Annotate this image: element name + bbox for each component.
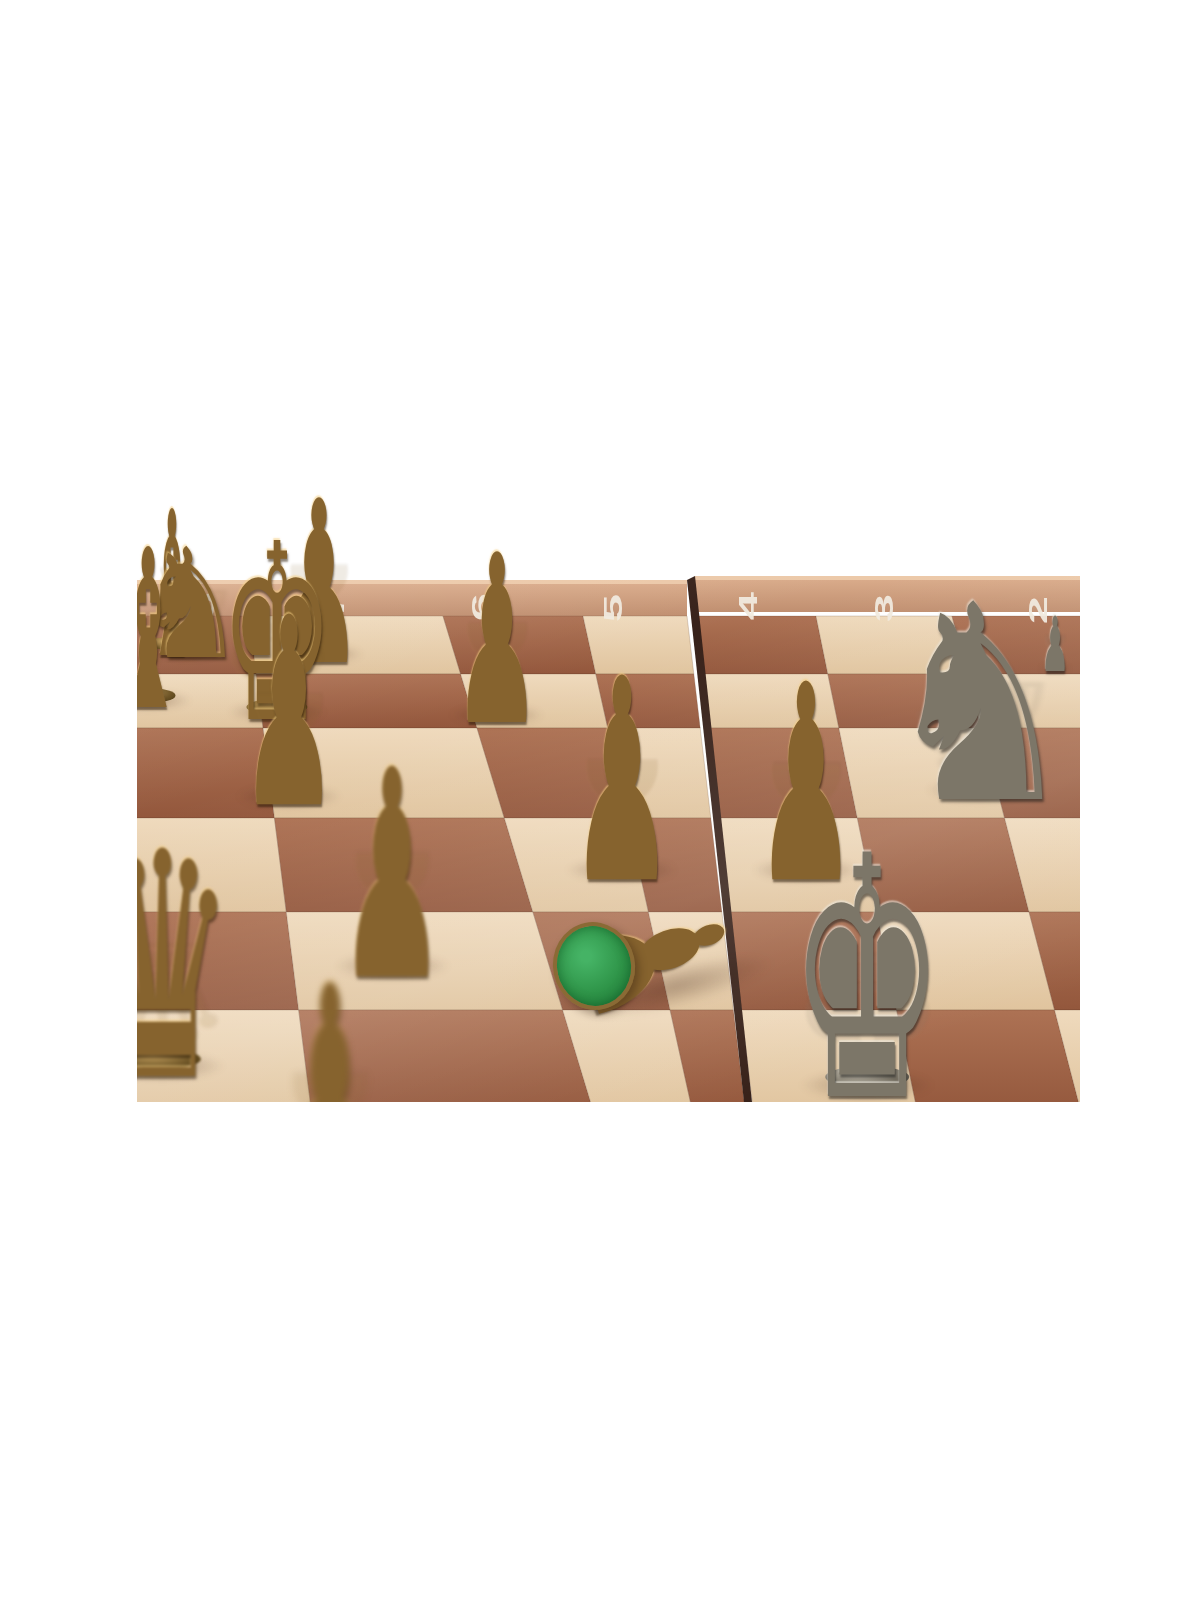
- piece-reflection: ♟: [276, 549, 361, 651]
- piece-shadow: [236, 784, 342, 809]
- piece-shadow: [159, 645, 221, 660]
- piece-reflection: ♟: [240, 675, 338, 793]
- bronze-pawn-glyph: ♟: [276, 471, 361, 697]
- pewter-pawn-glyph: ♟: [1041, 607, 1070, 683]
- piece-pawn-f7: ♟♟: [203, 605, 376, 797]
- piece-shadow: [925, 777, 1035, 803]
- pieces-layer: ♝♝♞♞♟♟♟♟♝♝♚♚♟♟♞♞♟♟♟♟♟♟♟♟♛♛♚♚♟♟♟: [137, 440, 1080, 1102]
- piece-pawn-b7: ♟♟: [232, 972, 428, 1102]
- piece-pawn-h7: ♟♟: [244, 489, 393, 655]
- pewter-knight-glyph: ♞: [882, 569, 1077, 841]
- piece-reflection: ♝: [137, 598, 184, 697]
- piece-pawn-g6: ♟♟: [420, 544, 575, 716]
- piece-shadow: [228, 700, 327, 723]
- piece-reflection: ♚: [220, 599, 334, 709]
- piece-reflection: ♟: [453, 607, 541, 712]
- piece-pawn-d7: ♟♟: [297, 755, 488, 967]
- piece-base: [772, 855, 840, 873]
- bronze-bishop-glyph: ♝: [137, 521, 184, 741]
- piece-base: [468, 702, 526, 717]
- piece-shadow: [751, 857, 861, 883]
- bronze-pawn-glyph: ♟: [569, 642, 674, 922]
- piece-pawn-e6: ♟♟: [529, 665, 714, 871]
- piece-base: [946, 775, 1014, 793]
- piece-bishop: ♝♝: [137, 501, 239, 649]
- chessboard-photo: 8765432 ♝♝♞♞♟♟♟♟♝♝♚♚♟♟♞♞♟♟♟♟♟♟♟♟♛♛♚♚♟♟♟: [137, 440, 1080, 1102]
- piece-shadow: [1040, 665, 1071, 672]
- fallen-piece-pawn-d6: ♟: [137, 440, 1080, 1102]
- piece-reflection: ♟: [1041, 631, 1070, 665]
- bronze-pawn-glyph: ♟: [240, 584, 338, 845]
- piece-base: [291, 642, 347, 657]
- piece-king-c4: ♚♚: [756, 840, 977, 1086]
- piece-queen-c8: ♛♛: [137, 837, 266, 1067]
- bronze-queen-glyph: ♛: [137, 812, 235, 1102]
- piece-reflection: ♝: [149, 554, 196, 645]
- piece-knight-h8: ♞♞: [140, 541, 241, 653]
- product-photo-page: 8765432 ♝♝♞♞♟♟♟♟♝♝♚♚♟♟♞♞♟♟♟♟♟♟♟♟♛♛♚♚♟♟♟: [0, 0, 1200, 1600]
- piece-reflection: ♛: [137, 922, 235, 1063]
- piece-reflection: ♞: [137, 580, 245, 649]
- piece-reflection: ♚: [789, 931, 945, 1082]
- piece-shadow: [565, 857, 678, 884]
- piece-shadow: [273, 643, 364, 665]
- pewter-king-glyph: ♚: [789, 813, 945, 1102]
- piece-shadow: [450, 704, 545, 726]
- piece-shadow: [334, 952, 451, 980]
- piece-reflection: ♞: [882, 665, 1077, 787]
- piece-base: [1045, 665, 1064, 670]
- green-felt-base: [545, 914, 644, 1017]
- bronze-bishop-glyph: ♝: [149, 485, 196, 686]
- bronze-pawn-glyph: ♟: [274, 948, 386, 1102]
- piece-knight-f3: ♞♞: [890, 591, 1070, 791]
- piece-reflection: ♟: [274, 1053, 386, 1102]
- piece-pawn-e4: ♟♟: [716, 671, 896, 871]
- bronze-pawn-glyph: ♟: [453, 525, 541, 759]
- piece-shadow: [137, 639, 213, 658]
- piece-base: [825, 1066, 909, 1088]
- bronze-knight-glyph: ♞: [137, 529, 245, 681]
- piece-shadow: [137, 1051, 225, 1081]
- piece-bishop-g8: ♝♝: [137, 539, 221, 701]
- bronze-pawn-glyph: ♟: [755, 649, 857, 921]
- bronze-king-glyph: ♚: [220, 513, 334, 758]
- piece-shadow: [137, 690, 193, 711]
- fallen-pawn-glyph: ♟: [539, 869, 755, 1013]
- piece-shadow: [799, 1069, 934, 1101]
- piece-base: [587, 855, 657, 874]
- fallen-piece-shadow: [575, 941, 779, 1030]
- piece-king-g7: ♚♚: [196, 533, 358, 713]
- piece-reflection: ♟: [338, 833, 447, 963]
- piece-base: [171, 644, 209, 654]
- bronze-pawn-glyph: ♟: [338, 732, 447, 1020]
- piece-base: [256, 782, 321, 799]
- piece-base: [137, 688, 176, 703]
- piece-base: [246, 699, 307, 715]
- piece-reflection: ♟: [755, 745, 857, 867]
- piece-base: [137, 1049, 201, 1070]
- piece-base: [147, 637, 197, 650]
- piece-pawn-h2: ♟♟: [1025, 613, 1080, 669]
- piece-reflection: ♟: [569, 741, 674, 867]
- piece-base: [356, 950, 428, 969]
